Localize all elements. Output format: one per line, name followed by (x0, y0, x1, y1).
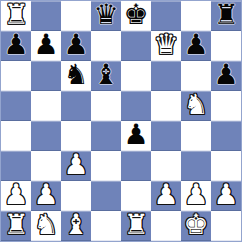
piece-white-pawn[interactable]: ♟ (33, 181, 58, 209)
square-e4[interactable]: ♟ (121, 121, 151, 151)
square-f6[interactable] (151, 61, 181, 91)
square-g8[interactable] (181, 1, 211, 31)
square-h7[interactable] (211, 31, 241, 61)
square-d7[interactable] (91, 31, 121, 61)
piece-white-pawn[interactable]: ♟ (63, 151, 88, 179)
square-g3[interactable] (181, 151, 211, 181)
square-a3[interactable] (1, 151, 31, 181)
piece-white-rook[interactable]: ♜ (123, 211, 148, 239)
square-c1[interactable]: ♝ (61, 211, 91, 241)
piece-black-pawn[interactable]: ♟ (213, 61, 238, 89)
square-d2[interactable] (91, 181, 121, 211)
square-a8[interactable]: ♜ (1, 1, 31, 31)
square-h3[interactable] (211, 151, 241, 181)
square-h4[interactable] (211, 121, 241, 151)
square-e6[interactable] (121, 61, 151, 91)
square-d1[interactable] (91, 211, 121, 241)
square-e7[interactable] (121, 31, 151, 61)
square-f2[interactable]: ♟ (151, 181, 181, 211)
square-a1[interactable]: ♜ (1, 211, 31, 241)
square-h2[interactable]: ♟ (211, 181, 241, 211)
square-f5[interactable] (151, 91, 181, 121)
square-d3[interactable] (91, 151, 121, 181)
square-g4[interactable] (181, 121, 211, 151)
piece-black-bishop[interactable]: ♝ (93, 61, 118, 89)
square-b5[interactable] (31, 91, 61, 121)
piece-white-pawn[interactable]: ♟ (153, 181, 178, 209)
square-e1[interactable]: ♜ (121, 211, 151, 241)
square-a7[interactable]: ♟ (1, 31, 31, 61)
piece-white-rook[interactable]: ♜ (3, 211, 28, 239)
piece-white-pawn[interactable]: ♟ (213, 181, 238, 209)
square-b4[interactable] (31, 121, 61, 151)
square-c3[interactable]: ♟ (61, 151, 91, 181)
square-h6[interactable]: ♟ (211, 61, 241, 91)
square-b8[interactable] (31, 1, 61, 31)
square-c2[interactable] (61, 181, 91, 211)
square-e2[interactable] (121, 181, 151, 211)
square-f4[interactable] (151, 121, 181, 151)
piece-black-pawn[interactable]: ♟ (63, 31, 88, 59)
square-f8[interactable] (151, 1, 181, 31)
piece-white-queen[interactable]: ♛ (153, 31, 178, 59)
square-d5[interactable] (91, 91, 121, 121)
square-c4[interactable] (61, 121, 91, 151)
square-c7[interactable]: ♟ (61, 31, 91, 61)
piece-white-king[interactable]: ♚ (183, 211, 208, 239)
square-g1[interactable]: ♚ (181, 211, 211, 241)
square-a6[interactable] (1, 61, 31, 91)
square-c5[interactable] (61, 91, 91, 121)
piece-white-rook[interactable]: ♜ (3, 1, 28, 29)
piece-white-bishop[interactable]: ♝ (63, 211, 88, 239)
piece-black-pawn[interactable]: ♟ (123, 121, 148, 149)
square-e5[interactable] (121, 91, 151, 121)
square-e3[interactable] (121, 151, 151, 181)
square-d6[interactable]: ♝ (91, 61, 121, 91)
square-d4[interactable] (91, 121, 121, 151)
piece-white-pawn[interactable]: ♟ (3, 181, 28, 209)
square-a2[interactable]: ♟ (1, 181, 31, 211)
piece-black-pawn[interactable]: ♟ (33, 31, 58, 59)
square-g7[interactable]: ♟ (181, 31, 211, 61)
square-a4[interactable] (1, 121, 31, 151)
square-h5[interactable] (211, 91, 241, 121)
piece-white-pawn[interactable]: ♟ (183, 181, 208, 209)
square-e8[interactable]: ♚ (121, 1, 151, 31)
piece-black-king[interactable]: ♚ (123, 1, 148, 29)
square-h1[interactable] (211, 211, 241, 241)
square-c6[interactable]: ♞ (61, 61, 91, 91)
square-b7[interactable]: ♟ (31, 31, 61, 61)
square-h8[interactable]: ♜ (211, 1, 241, 31)
square-g6[interactable] (181, 61, 211, 91)
square-b6[interactable] (31, 61, 61, 91)
piece-black-queen[interactable]: ♛ (93, 1, 118, 29)
square-b3[interactable] (31, 151, 61, 181)
piece-white-knight[interactable]: ♞ (33, 211, 58, 239)
square-c8[interactable] (61, 1, 91, 31)
chess-board: ♜♛♚♜♟♟♟♛♟♞♝♟♞♟♟♟♟♟♟♟♜♞♝♜♚ (0, 0, 242, 242)
square-a5[interactable] (1, 91, 31, 121)
square-b1[interactable]: ♞ (31, 211, 61, 241)
square-d8[interactable]: ♛ (91, 1, 121, 31)
piece-black-pawn[interactable]: ♟ (3, 31, 28, 59)
square-b2[interactable]: ♟ (31, 181, 61, 211)
square-g5[interactable]: ♞ (181, 91, 211, 121)
square-f3[interactable] (151, 151, 181, 181)
square-f7[interactable]: ♛ (151, 31, 181, 61)
piece-white-knight[interactable]: ♞ (183, 91, 208, 119)
square-g2[interactable]: ♟ (181, 181, 211, 211)
piece-black-pawn[interactable]: ♟ (183, 31, 208, 59)
square-f1[interactable] (151, 211, 181, 241)
piece-black-rook[interactable]: ♜ (213, 1, 238, 29)
piece-black-knight[interactable]: ♞ (63, 61, 88, 89)
